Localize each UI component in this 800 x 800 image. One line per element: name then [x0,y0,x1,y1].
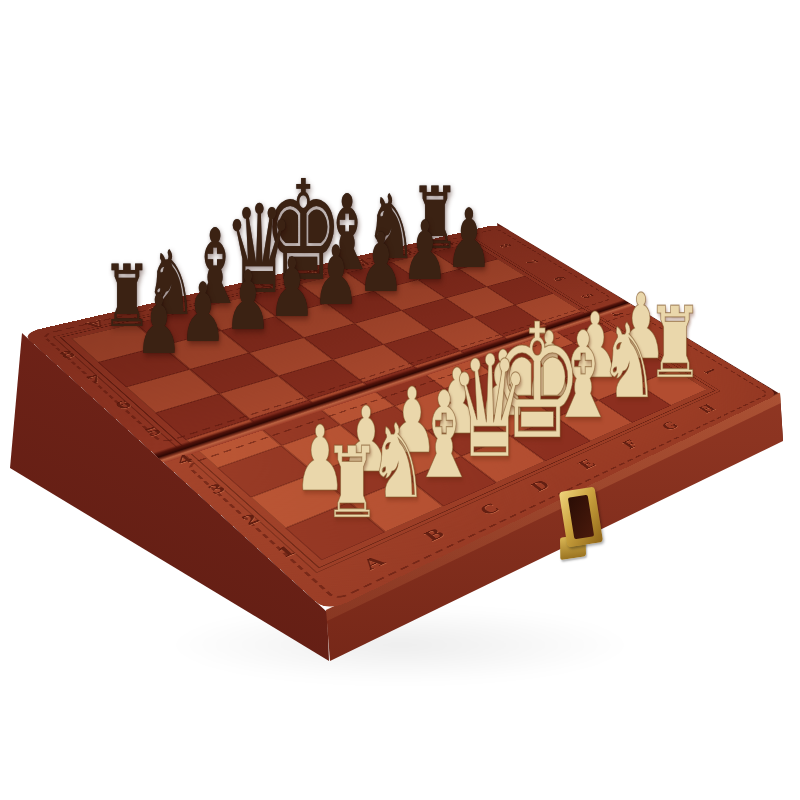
piece-white-pawn-d2: ♟ [431,358,483,448]
piece-black-bishop-c8: ♝ [185,215,245,319]
piece-black-pawn-g7: ♟ [402,210,449,292]
piece-black-knight-b8: ♞ [145,239,196,328]
piece-black-queen-d8: ♛ [224,188,294,310]
piece-white-pawn-e2: ♟ [477,339,529,429]
piece-white-bishop-f1: ♝ [548,316,617,436]
piece-white-pawn-c2: ♟ [386,376,438,466]
piece-white-rook-h1: ♜ [647,294,704,393]
piece-white-bishop-c1: ♝ [410,376,479,496]
piece-black-pawn-a7: ♟ [136,284,183,366]
piece-white-knight-b1: ♞ [369,411,428,514]
piece-white-rook-a1: ♜ [324,434,381,533]
piece-black-pawn-e7: ♟ [313,235,360,317]
piece-black-knight-g8: ♞ [365,184,416,273]
piece-black-rook-a8: ♜ [102,254,151,340]
piece-black-pawn-b7: ♟ [180,272,227,354]
piece-black-pawn-f7: ♟ [357,222,404,304]
piece-black-pawn-c7: ♟ [224,259,271,341]
piece-black-bishop-f8: ♝ [317,182,377,286]
chess-set-product-photo: AABBCCDDEEFFGGHH8877665544332211 ♜♞♝♛♚♝♞… [0,0,800,800]
piece-white-pawn-g2: ♟ [569,301,621,391]
piece-black-king-e8: ♚ [263,163,342,301]
pieces-layer: ♜♞♝♛♚♝♞♜♟♟♟♟♟♟♟♟♟♟♟♟♟♟♟♟♜♞♝♛♚♝♞♜ [0,0,800,800]
piece-white-pawn-h2: ♟ [615,283,667,373]
piece-black-pawn-d7: ♟ [269,247,316,329]
piece-white-knight-g1: ♞ [599,311,658,414]
piece-black-rook-h8: ♜ [410,176,459,262]
piece-white-king-e1: ♚ [491,302,582,461]
piece-black-pawn-h7: ♟ [446,197,493,279]
piece-white-pawn-f2: ♟ [523,320,575,410]
piece-white-queen-d1: ♛ [450,337,531,478]
piece-white-pawn-a2: ♟ [294,414,346,504]
piece-white-pawn-b2: ♟ [340,395,392,485]
